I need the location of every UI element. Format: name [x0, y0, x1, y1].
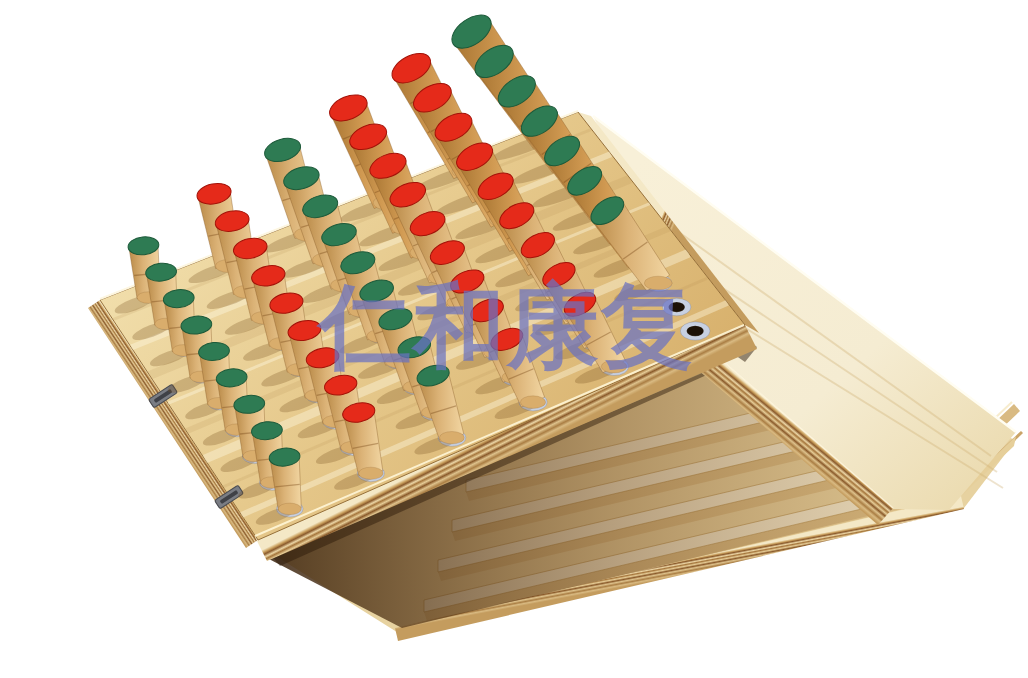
pegboard-product-photo: 仁和康复	[0, 0, 1028, 678]
pegboard-scene: 仁和康复	[0, 0, 1028, 678]
watermark-text: 仁和康复	[316, 272, 695, 380]
